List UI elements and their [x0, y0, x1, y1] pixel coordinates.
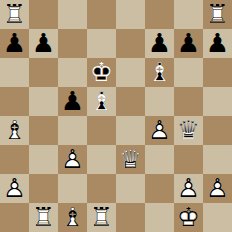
square-e1[interactable]: [116, 203, 145, 232]
piece-black-pawn[interactable]: ♟: [174, 29, 203, 58]
square-g4[interactable]: ♛♕: [174, 116, 203, 145]
piece-outline-glyph: ♙: [0, 174, 29, 203]
piece-outline-glyph: ♖: [203, 0, 232, 29]
piece-outline-glyph: ♙: [145, 116, 174, 145]
square-f6[interactable]: ♝♗: [145, 58, 174, 87]
square-c1[interactable]: ♝♗: [58, 203, 87, 232]
square-e3[interactable]: ♛♕: [116, 145, 145, 174]
square-h3[interactable]: [203, 145, 232, 174]
piece-black-pawn[interactable]: ♟: [58, 87, 87, 116]
square-g2[interactable]: ♟♙: [174, 174, 203, 203]
square-f3[interactable]: [145, 145, 174, 174]
piece-outline-glyph: ♕: [174, 116, 203, 145]
square-h2[interactable]: ♟♙: [203, 174, 232, 203]
square-e7[interactable]: [116, 29, 145, 58]
square-d5[interactable]: ♝♗: [87, 87, 116, 116]
square-f1[interactable]: [145, 203, 174, 232]
piece-black-pawn[interactable]: ♟: [0, 29, 29, 58]
square-a2[interactable]: ♟♙: [0, 174, 29, 203]
piece-outline-glyph: ♖: [0, 0, 29, 29]
square-b5[interactable]: [29, 87, 58, 116]
square-e8[interactable]: [116, 0, 145, 29]
square-b7[interactable]: ♟: [29, 29, 58, 58]
square-d7[interactable]: [87, 29, 116, 58]
square-d2[interactable]: [87, 174, 116, 203]
piece-black-bishop[interactable]: ♝♗: [145, 58, 174, 87]
square-d4[interactable]: [87, 116, 116, 145]
piece-outline-glyph: ♔: [87, 58, 116, 87]
square-b1[interactable]: ♜♖: [29, 203, 58, 232]
square-b2[interactable]: [29, 174, 58, 203]
piece-black-queen[interactable]: ♛♕: [174, 116, 203, 145]
square-c7[interactable]: [58, 29, 87, 58]
square-g5[interactable]: [174, 87, 203, 116]
piece-outline-glyph: ♖: [29, 203, 58, 232]
piece-black-pawn[interactable]: ♟: [29, 29, 58, 58]
piece-outline-glyph: ♕: [116, 145, 145, 174]
square-d1[interactable]: ♜♖: [87, 203, 116, 232]
square-a1[interactable]: [0, 203, 29, 232]
square-g1[interactable]: ♚♔: [174, 203, 203, 232]
piece-outline-glyph: ♗: [87, 87, 116, 116]
piece-outline-glyph: ♗: [58, 203, 87, 232]
piece-glyph: ♟: [174, 29, 203, 58]
square-a7[interactable]: ♟: [0, 29, 29, 58]
square-c3[interactable]: ♟♙: [58, 145, 87, 174]
square-e6[interactable]: [116, 58, 145, 87]
square-g3[interactable]: [174, 145, 203, 174]
square-c2[interactable]: [58, 174, 87, 203]
square-f5[interactable]: [145, 87, 174, 116]
piece-outline-glyph: ♙: [203, 174, 232, 203]
square-b8[interactable]: [29, 0, 58, 29]
piece-white-queen[interactable]: ♛♕: [116, 145, 145, 174]
square-c6[interactable]: [58, 58, 87, 87]
piece-glyph: ♟: [145, 29, 174, 58]
square-b4[interactable]: [29, 116, 58, 145]
square-b6[interactable]: [29, 58, 58, 87]
square-a5[interactable]: [0, 87, 29, 116]
square-h8[interactable]: ♜♖: [203, 0, 232, 29]
square-a8[interactable]: ♜♖: [0, 0, 29, 29]
square-e2[interactable]: [116, 174, 145, 203]
piece-outline-glyph: ♔: [174, 203, 203, 232]
square-f4[interactable]: ♟♙: [145, 116, 174, 145]
piece-black-pawn[interactable]: ♟: [203, 29, 232, 58]
piece-black-bishop[interactable]: ♝♗: [87, 87, 116, 116]
square-c4[interactable]: [58, 116, 87, 145]
piece-black-pawn[interactable]: ♟: [145, 29, 174, 58]
square-h6[interactable]: [203, 58, 232, 87]
piece-outline-glyph: ♙: [174, 174, 203, 203]
square-g6[interactable]: [174, 58, 203, 87]
piece-glyph: ♟: [203, 29, 232, 58]
piece-white-pawn[interactable]: ♟♙: [0, 174, 29, 203]
square-g8[interactable]: [174, 0, 203, 29]
piece-black-king[interactable]: ♚♔: [87, 58, 116, 87]
piece-white-pawn[interactable]: ♟♙: [203, 174, 232, 203]
piece-white-bishop[interactable]: ♝♗: [0, 116, 29, 145]
piece-outline-glyph: ♗: [0, 116, 29, 145]
square-a3[interactable]: [0, 145, 29, 174]
piece-white-pawn[interactable]: ♟♙: [145, 116, 174, 145]
square-f2[interactable]: [145, 174, 174, 203]
square-c8[interactable]: [58, 0, 87, 29]
piece-white-rook[interactable]: ♜♖: [203, 0, 232, 29]
piece-glyph: ♟: [29, 29, 58, 58]
chess-board: ♜♖♜♖♟♟♟♟♟♚♔♝♗♟♝♗♝♗♟♙♛♕♟♙♛♕♟♙♟♙♟♙♜♖♝♗♜♖♚♔: [0, 0, 232, 232]
square-d3[interactable]: [87, 145, 116, 174]
piece-glyph: ♟: [58, 87, 87, 116]
piece-glyph: ♟: [0, 29, 29, 58]
square-c5[interactable]: ♟: [58, 87, 87, 116]
square-e4[interactable]: [116, 116, 145, 145]
square-h1[interactable]: [203, 203, 232, 232]
square-f8[interactable]: [145, 0, 174, 29]
square-b3[interactable]: [29, 145, 58, 174]
piece-white-pawn[interactable]: ♟♙: [174, 174, 203, 203]
square-h4[interactable]: [203, 116, 232, 145]
square-a6[interactable]: [0, 58, 29, 87]
piece-white-bishop[interactable]: ♝♗: [58, 203, 87, 232]
square-e5[interactable]: [116, 87, 145, 116]
square-d6[interactable]: ♚♔: [87, 58, 116, 87]
piece-white-rook[interactable]: ♜♖: [87, 203, 116, 232]
piece-outline-glyph: ♗: [145, 58, 174, 87]
square-h7[interactable]: ♟: [203, 29, 232, 58]
square-g7[interactable]: ♟: [174, 29, 203, 58]
square-a4[interactable]: ♝♗: [0, 116, 29, 145]
piece-white-rook[interactable]: ♜♖: [0, 0, 29, 29]
piece-white-rook[interactable]: ♜♖: [29, 203, 58, 232]
piece-outline-glyph: ♖: [87, 203, 116, 232]
square-d8[interactable]: [87, 0, 116, 29]
piece-white-king[interactable]: ♚♔: [174, 203, 203, 232]
square-h5[interactable]: [203, 87, 232, 116]
square-f7[interactable]: ♟: [145, 29, 174, 58]
piece-outline-glyph: ♙: [58, 145, 87, 174]
piece-white-pawn[interactable]: ♟♙: [58, 145, 87, 174]
